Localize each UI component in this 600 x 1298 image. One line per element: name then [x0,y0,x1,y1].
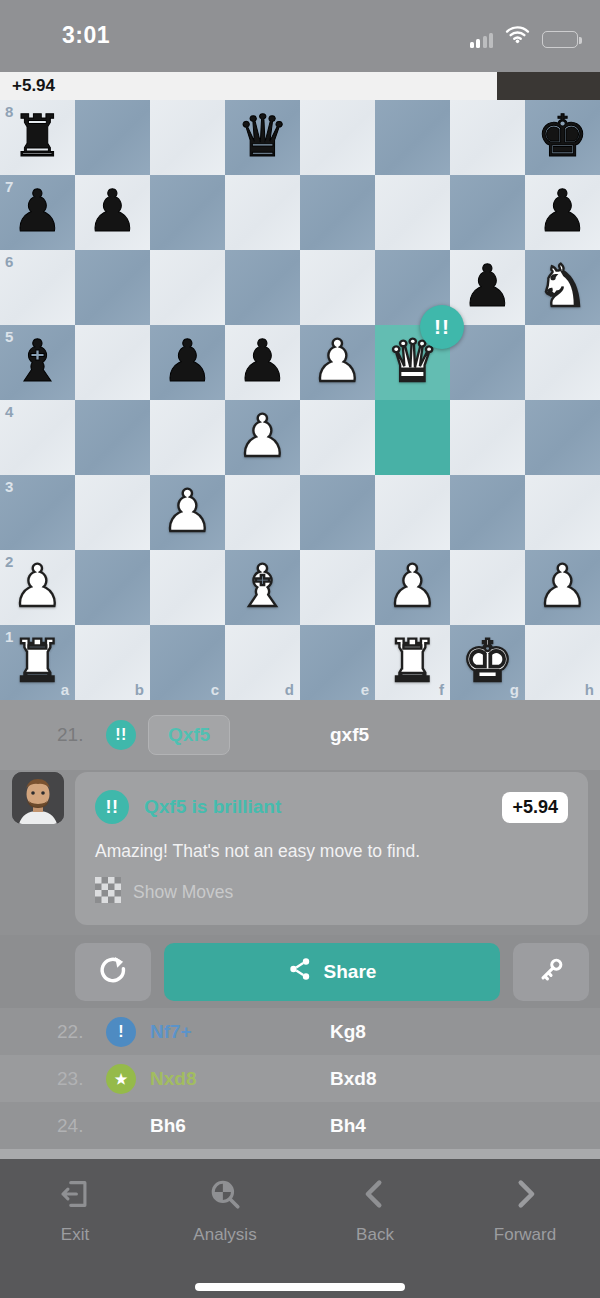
square-b2[interactable] [75,550,150,625]
move-number: 21. [0,724,90,746]
black-queen: ♛ [225,100,300,173]
square-e1[interactable]: e [300,625,375,700]
square-c7[interactable] [150,175,225,250]
divider [0,1149,600,1159]
eval-score-badge: +5.94 [502,792,568,823]
avatar [12,772,64,824]
cellular-signal-icon [470,32,494,48]
selected-move-chip[interactable]: Qxf5 [148,715,230,755]
key-moment-button[interactable] [513,943,589,1001]
square-g7[interactable] [450,175,525,250]
square-f7[interactable] [375,175,450,250]
black-pawn: ♟ [75,175,150,248]
chevron-right-icon [508,1177,542,1215]
status-icons [470,26,579,48]
share-label: Share [324,961,377,983]
best-badge-icon: ★ [106,1064,136,1094]
black-pawn: ♟ [525,175,600,248]
eval-bar-white: +5.94 [0,72,497,100]
square-g1[interactable]: ♚g [450,625,525,700]
share-icon [288,957,312,986]
black-move[interactable]: gxf5 [330,724,369,746]
white-knight: ♞ [525,250,600,323]
white-pawn: ♟ [225,400,300,473]
rank-label: 8 [5,103,13,120]
square-h6[interactable]: ♞ [525,250,600,325]
square-d4[interactable]: ♟ [225,400,300,475]
square-d6[interactable] [225,250,300,325]
square-c3[interactable]: ♟ [150,475,225,550]
square-f1[interactable]: ♜f [375,625,450,700]
brilliant-badge-icon: !! [95,790,129,824]
rank-label: 3 [5,478,13,495]
nav-forward[interactable]: Forward [450,1177,600,1298]
square-e5[interactable]: ♟ [300,325,375,400]
square-f8[interactable] [375,100,450,175]
square-h7[interactable]: ♟ [525,175,600,250]
black-king: ♚ [525,100,600,173]
square-c4[interactable] [150,400,225,475]
square-c2[interactable] [150,550,225,625]
chess-board[interactable]: ♜8♛♚♟7♟♟6♟♞♝5♟♟♟♛4♟3♟♟2♝♟♟♜1abcde♜f♚gh!! [0,100,600,700]
white-move[interactable]: Nf7+ [150,1021,192,1043]
move-row-22[interactable]: 22.!Nf7+Kg8 [0,1008,600,1055]
wifi-icon [505,26,530,48]
square-h3[interactable] [525,475,600,550]
square-e7[interactable] [300,175,375,250]
nav-label: Analysis [193,1225,256,1245]
move-number: 23. [0,1068,90,1090]
checkerboard-icon [95,877,121,908]
square-d8[interactable]: ♛ [225,100,300,175]
square-b8[interactable] [75,100,150,175]
square-f3[interactable] [375,475,450,550]
good-badge-icon: ! [106,1017,136,1047]
home-indicator[interactable] [195,1283,405,1291]
square-h1[interactable]: h [525,625,600,700]
square-b1[interactable]: b [75,625,150,700]
black-move[interactable]: Bxd8 [330,1068,376,1090]
clock-time: 3:01 [62,22,110,49]
square-g4[interactable] [450,400,525,475]
rank-label: 4 [5,403,13,420]
square-c6[interactable] [150,250,225,325]
comment-section: !! Qxf5 is brilliant +5.94 Amazing! That… [0,770,600,935]
square-e6[interactable] [300,250,375,325]
square-e3[interactable] [300,475,375,550]
refresh-icon [97,954,129,990]
square-d2[interactable]: ♝ [225,550,300,625]
square-h8[interactable]: ♚ [525,100,600,175]
white-bishop: ♝ [225,550,300,623]
white-pawn: ♟ [300,325,375,398]
white-pawn: ♟ [375,550,450,623]
black-move[interactable]: Kg8 [330,1021,366,1043]
square-h4[interactable] [525,400,600,475]
square-g8[interactable] [450,100,525,175]
move-rows: 22.!Nf7+Kg823.★Nxd8Bxd824.Bh6Bh4 [0,1008,600,1149]
move-number: 24. [0,1115,90,1137]
square-a3[interactable]: 3 [0,475,75,550]
square-b7[interactable]: ♟ [75,175,150,250]
file-label: e [361,681,369,698]
square-d7[interactable] [225,175,300,250]
rank-label: 5 [5,328,13,345]
move-number: 22. [0,1021,90,1043]
move-row-23[interactable]: 23.★Nxd8Bxd8 [0,1055,600,1102]
square-a7[interactable]: ♟7 [0,175,75,250]
square-h5[interactable] [525,325,600,400]
square-g2[interactable] [450,550,525,625]
brilliant-badge-icon: !! [420,305,464,349]
move-row-21[interactable]: 21. !! Qxf5 gxf5 [0,700,600,770]
exit-door-icon [58,1177,92,1215]
bottom-nav: Exit Analysis Back Forward [0,1159,600,1298]
square-h2[interactable]: ♟ [525,550,600,625]
square-g6[interactable]: ♟ [450,250,525,325]
square-d5[interactable]: ♟ [225,325,300,400]
square-a4[interactable]: 4 [0,400,75,475]
nav-label: Back [356,1225,394,1245]
white-move[interactable]: Nxd8 [150,1068,196,1090]
battery-icon [542,31,578,48]
key-icon [536,955,566,989]
file-label: a [61,681,69,698]
square-d1[interactable]: d [225,625,300,700]
square-b3[interactable] [75,475,150,550]
file-label: d [285,681,294,698]
square-f2[interactable]: ♟ [375,550,450,625]
square-b4[interactable] [75,400,150,475]
retry-button[interactable] [75,943,151,1001]
nav-label: Forward [494,1225,556,1245]
square-a1[interactable]: ♜1a [0,625,75,700]
square-b5[interactable] [75,325,150,400]
nav-exit[interactable]: Exit [0,1177,150,1298]
black-move[interactable]: Bh4 [330,1115,366,1137]
white-move[interactable]: Bh6 [150,1115,186,1137]
square-a8[interactable]: ♜8 [0,100,75,175]
square-d3[interactable] [225,475,300,550]
square-a6[interactable]: 6 [0,250,75,325]
move-row-24[interactable]: 24.Bh6Bh4 [0,1102,600,1149]
share-button[interactable]: Share [164,943,500,1001]
move-feedback-card: !! Qxf5 is brilliant +5.94 Amazing! That… [75,772,588,925]
square-e8[interactable] [300,100,375,175]
square-a5[interactable]: ♝5 [0,325,75,400]
square-g3[interactable] [450,475,525,550]
feedback-text: Amazing! That's not an easy move to find… [95,841,568,862]
file-label: f [439,681,444,698]
nav-analysis[interactable]: Analysis [150,1177,300,1298]
file-label: g [510,681,519,698]
status-bar: 3:01 [0,0,600,72]
analysis-magnifier-icon [208,1177,242,1215]
evaluation-bar: +5.94 [0,72,600,100]
nav-label: Exit [61,1225,89,1245]
square-b6[interactable] [75,250,150,325]
rank-label: 6 [5,253,13,270]
square-e4[interactable] [300,400,375,475]
rank-label: 1 [5,628,13,645]
nav-back[interactable]: Back [300,1177,450,1298]
white-pawn: ♟ [525,550,600,623]
feedback-title: Qxf5 is brilliant [144,796,281,818]
white-pawn: ♟ [150,475,225,548]
square-a2[interactable]: ♟2 [0,550,75,625]
black-pawn: ♟ [225,325,300,398]
file-label: h [585,681,594,698]
show-moves-label: Show Moves [133,882,233,903]
show-moves-button[interactable]: Show Moves [95,877,568,908]
rank-label: 7 [5,178,13,195]
brilliant-badge-icon: !! [106,720,136,750]
file-label: c [211,681,219,698]
white-move: Qxf5 [168,724,210,746]
square-c1[interactable]: c [150,625,225,700]
black-pawn: ♟ [450,250,525,323]
square-e2[interactable] [300,550,375,625]
square-c5[interactable]: ♟ [150,325,225,400]
file-label: b [135,681,144,698]
square-f4[interactable] [375,400,450,475]
eval-score: +5.94 [0,76,55,96]
black-pawn: ♟ [150,325,225,398]
chevron-left-icon [358,1177,392,1215]
rank-label: 2 [5,553,13,570]
square-c8[interactable] [150,100,225,175]
action-buttons: Share [0,935,600,1008]
